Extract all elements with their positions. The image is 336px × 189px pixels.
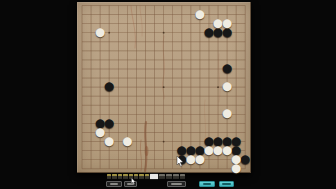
nav-segment[interactable] bbox=[129, 174, 133, 179]
toolbar-button-teal-a[interactable] bbox=[199, 181, 215, 187]
nav-segment[interactable] bbox=[166, 174, 172, 179]
move-navigation-strip[interactable] bbox=[107, 174, 185, 179]
white-stone: ● bbox=[222, 83, 231, 92]
toolbar-button-left-b[interactable] bbox=[124, 181, 137, 187]
nav-segment-active[interactable] bbox=[150, 174, 158, 179]
toolbar-button-teal-b[interactable] bbox=[219, 181, 234, 187]
nav-segment[interactable] bbox=[107, 174, 111, 179]
white-stone: ● bbox=[195, 155, 204, 164]
black-stone: ● bbox=[105, 119, 114, 128]
white-stone: ● bbox=[222, 110, 231, 119]
nav-segment[interactable] bbox=[112, 174, 116, 179]
nav-segment[interactable] bbox=[173, 174, 179, 179]
nav-segment[interactable] bbox=[159, 174, 165, 179]
black-stone: ● bbox=[222, 64, 231, 73]
white-stone: ● bbox=[96, 28, 105, 37]
stones-grid: ●●●●●●●●●●●●●●●●●●●●●●●●●●●●●●●●● bbox=[77, 1, 249, 173]
toolbar-button-center[interactable] bbox=[167, 181, 186, 187]
white-stone: ● bbox=[195, 10, 204, 19]
nav-segment[interactable] bbox=[180, 174, 186, 179]
toolbar-button-left-a[interactable] bbox=[106, 181, 122, 187]
go-client-screen: ●●●●●●●●●●●●●●●●●●●●●●●●●●●●●●●●● bbox=[0, 0, 336, 189]
nav-segment[interactable] bbox=[145, 174, 149, 179]
nav-segment[interactable] bbox=[139, 174, 143, 179]
nav-segment[interactable] bbox=[123, 174, 127, 179]
nav-segment[interactable] bbox=[118, 174, 122, 179]
white-stone: ● bbox=[105, 137, 114, 146]
black-stone: ● bbox=[105, 83, 114, 92]
nav-segment[interactable] bbox=[134, 174, 138, 179]
go-board[interactable]: ●●●●●●●●●●●●●●●●●●●●●●●●●●●●●●●●● bbox=[77, 2, 251, 173]
black-stone: ● bbox=[241, 155, 250, 164]
white-stone: ● bbox=[232, 164, 241, 173]
white-stone: ● bbox=[222, 19, 231, 28]
white-stone: ● bbox=[123, 137, 132, 146]
